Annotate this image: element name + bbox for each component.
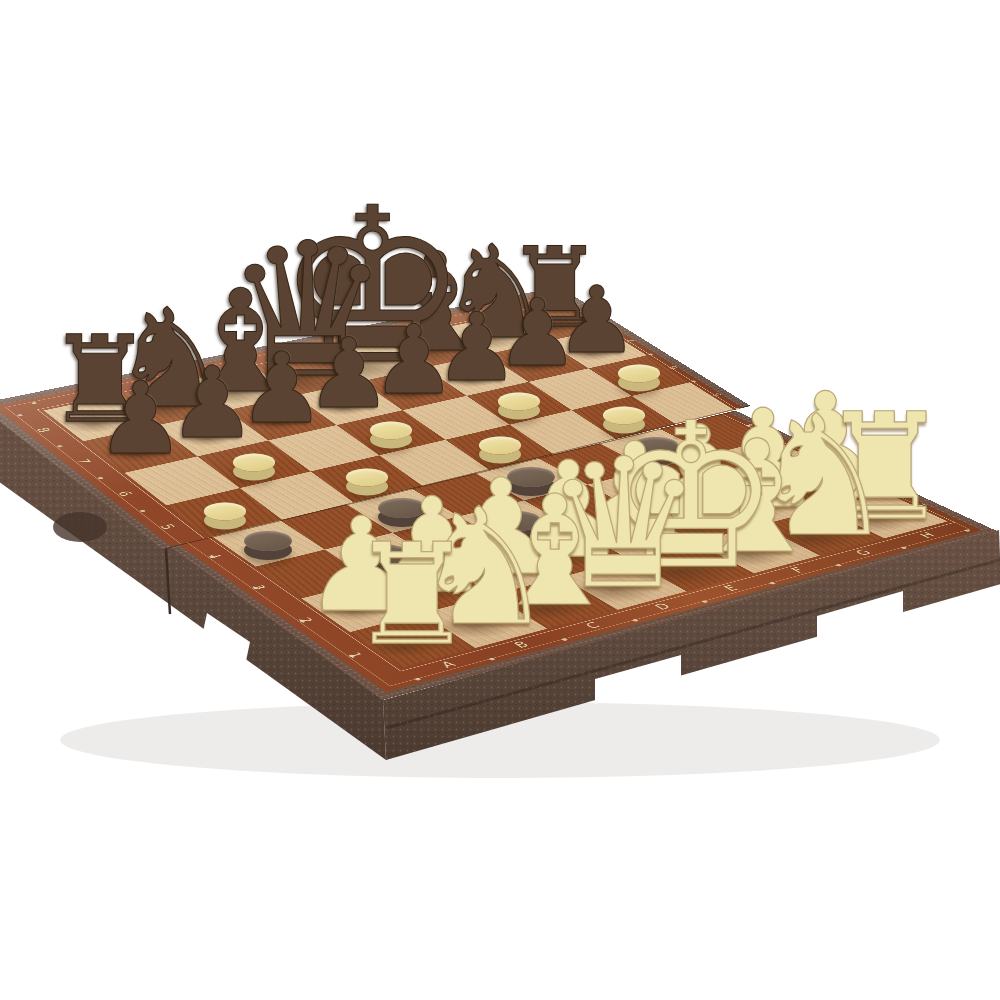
finger-notch (53, 512, 107, 542)
product-photo-stage: 56785678 ABCDEFGH12341234 ♜♞♝♛♚♝♞♜♟♟♟♟♟♟… (0, 0, 1000, 1000)
